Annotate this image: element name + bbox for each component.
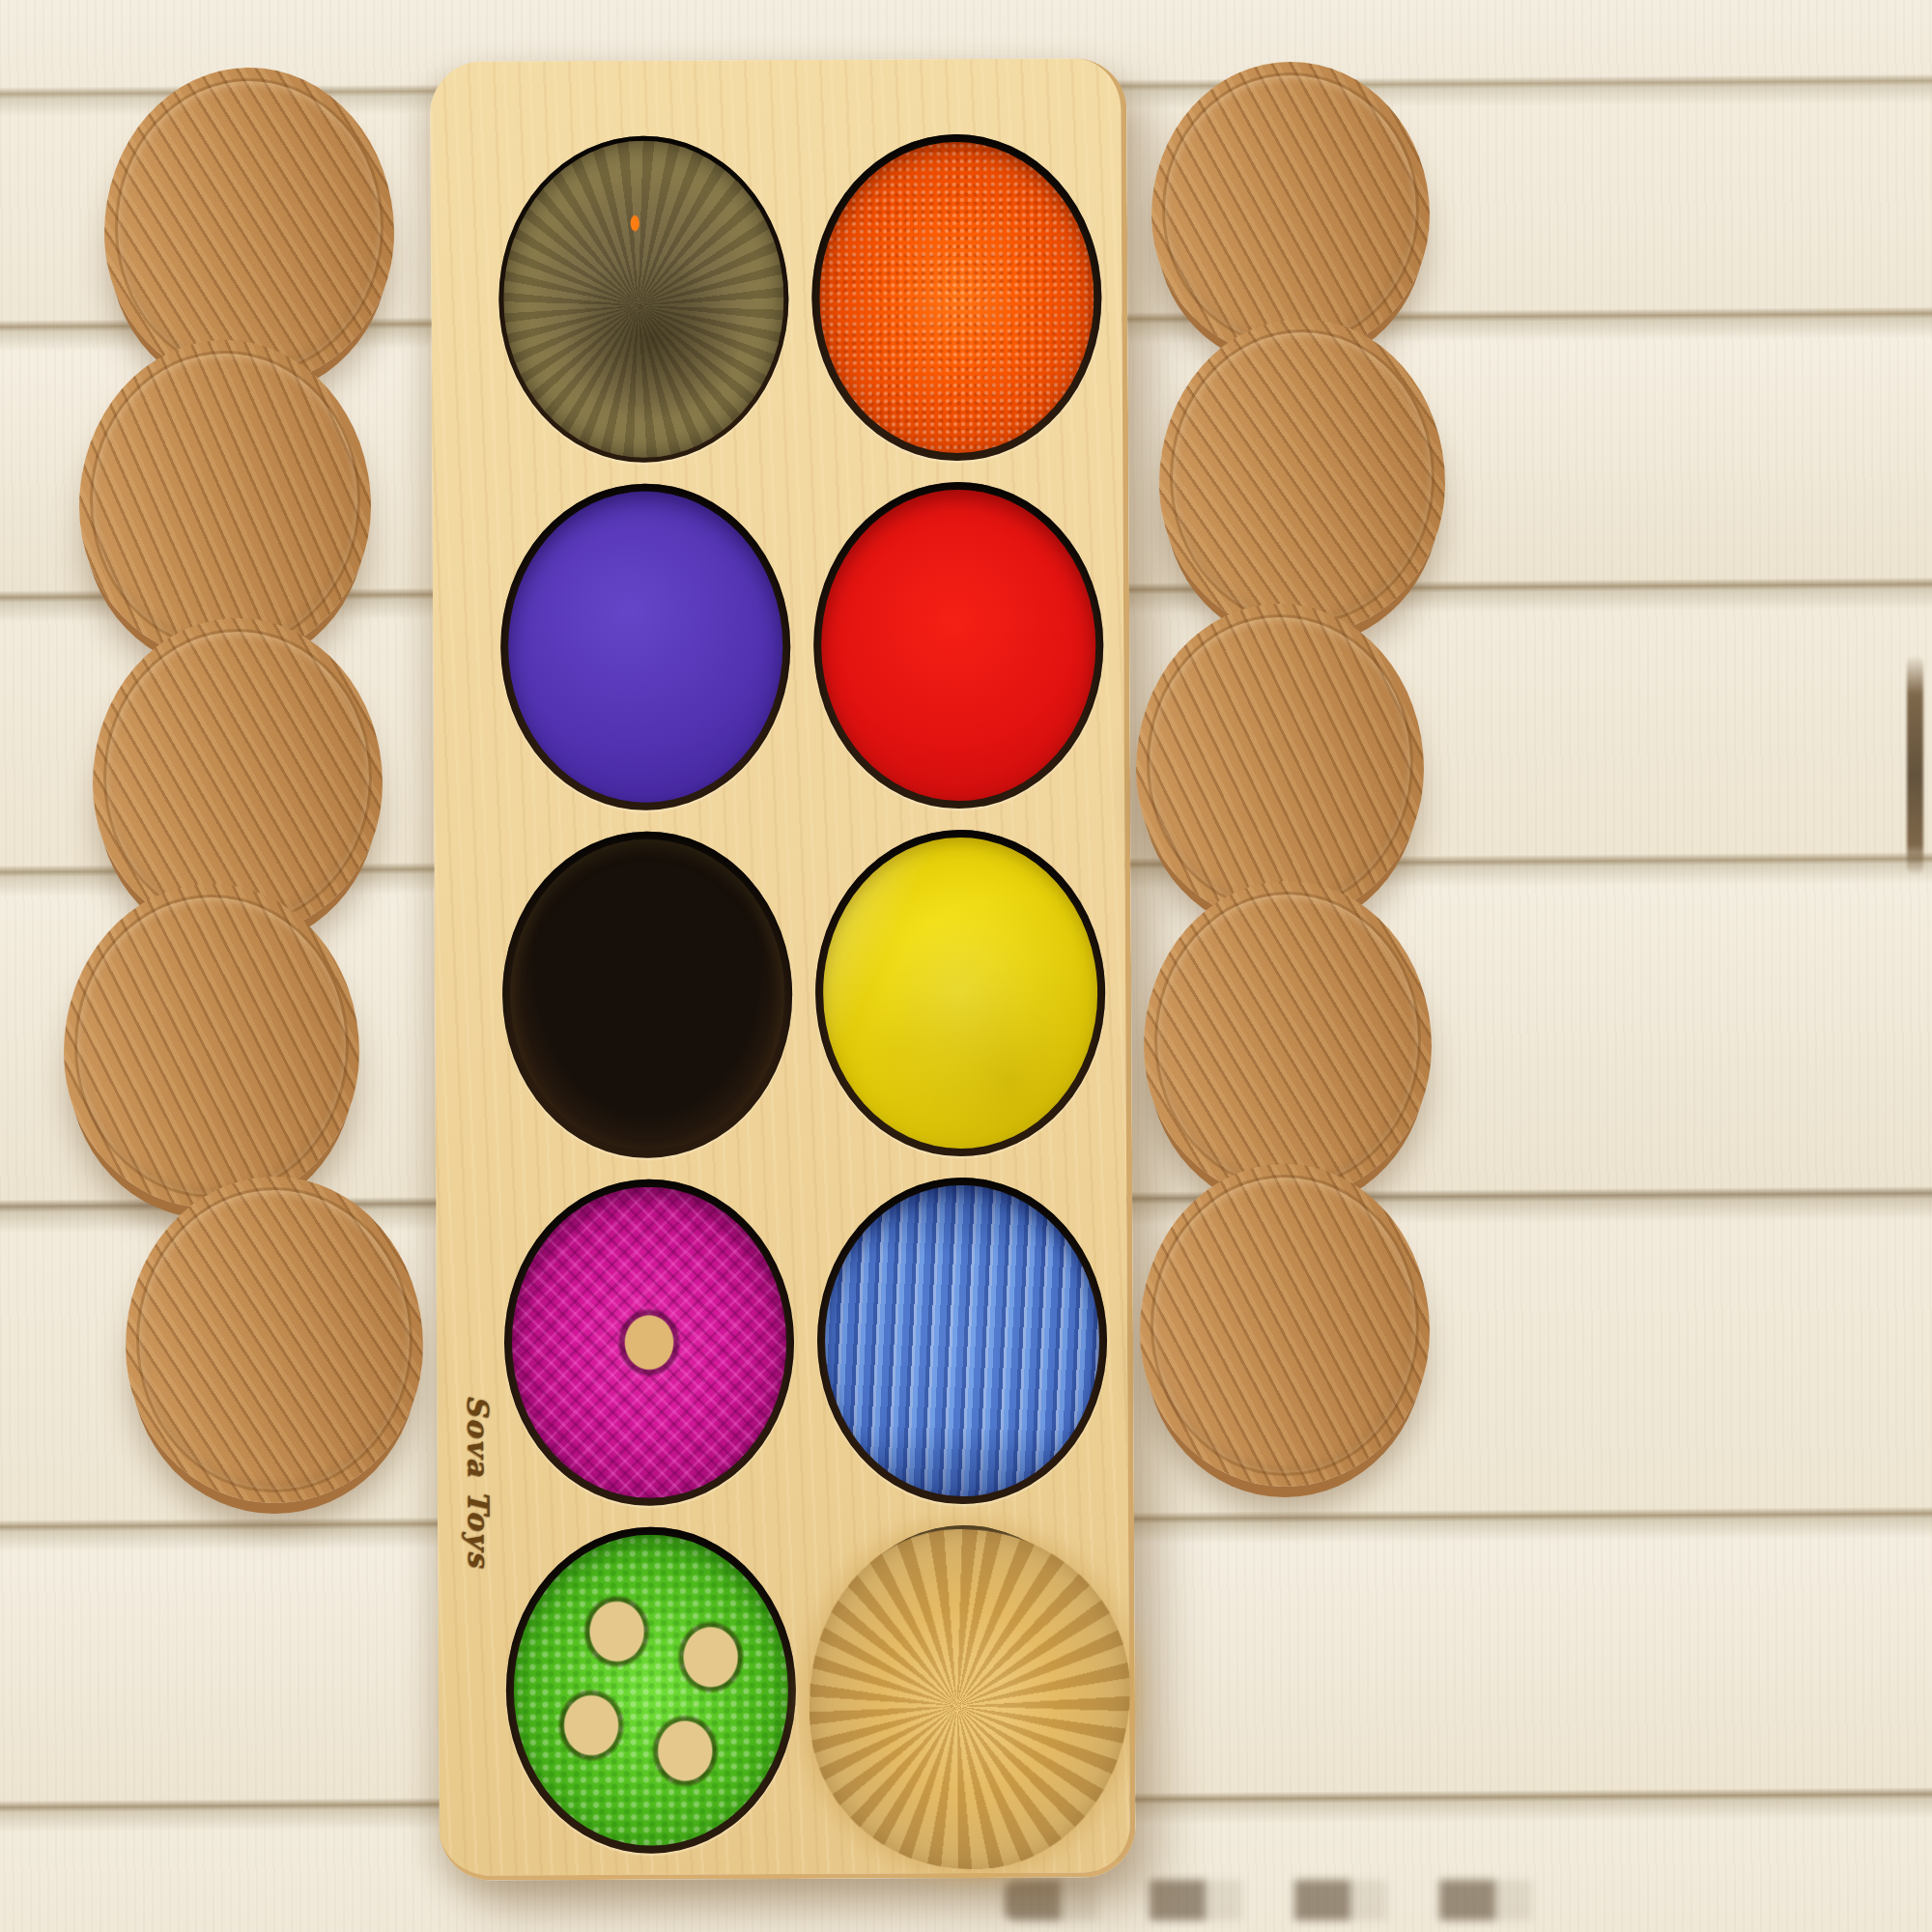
- texture-button-green[interactable]: [513, 1534, 789, 1846]
- plank-edge-shadow: [1005, 1880, 1575, 1920]
- texture-fur-olive[interactable]: [503, 140, 785, 459]
- texture-sand-orange[interactable]: [819, 141, 1095, 453]
- wood-cap-right-1[interactable]: [1151, 62, 1430, 357]
- brand-engraving: Sova Toys: [461, 1395, 496, 1569]
- wood-cap-right-5[interactable]: [1140, 1164, 1430, 1487]
- photo-stage: Sova Toys: [0, 0, 1932, 1932]
- texture-burlap-cream-slot: [501, 831, 793, 1159]
- holes-grid: [497, 133, 1109, 1854]
- texture-felt-purple-slot: [499, 483, 791, 811]
- texture-fur-tan-slot: [818, 1524, 1110, 1853]
- texture-felt-red-slot: [812, 481, 1104, 810]
- texture-clay-yellow[interactable]: [822, 837, 1098, 1149]
- texture-corrugated-blue[interactable]: [824, 1184, 1100, 1496]
- texture-weave-magenta-slot: [503, 1179, 795, 1507]
- texture-felt-red[interactable]: [820, 489, 1096, 801]
- texture-felt-purple[interactable]: [507, 491, 783, 803]
- wood-cap-left-1[interactable]: [104, 68, 394, 386]
- texture-sand-orange-slot: [810, 133, 1102, 462]
- texture-fur-olive-slot: [497, 135, 789, 464]
- sensory-board: Sova Toys: [430, 58, 1136, 1881]
- wood-cap-right-2[interactable]: [1159, 319, 1445, 636]
- texture-corrugated-blue-slot: [816, 1177, 1108, 1505]
- texture-fur-tan[interactable]: [809, 1528, 1131, 1870]
- wood-cap-right-4[interactable]: [1144, 881, 1432, 1200]
- plank-knot-crack: [1907, 655, 1923, 875]
- texture-clay-yellow-slot: [814, 829, 1106, 1157]
- wood-cap-left-5[interactable]: [126, 1177, 423, 1503]
- wood-cap-left-2[interactable]: [79, 340, 371, 661]
- texture-button-green-slot: [505, 1526, 797, 1855]
- wood-cap-left-4[interactable]: [64, 884, 359, 1208]
- wood-cap-right-3[interactable]: [1136, 604, 1424, 923]
- texture-burlap-cream[interactable]: [509, 838, 785, 1151]
- texture-weave-magenta[interactable]: [511, 1186, 787, 1498]
